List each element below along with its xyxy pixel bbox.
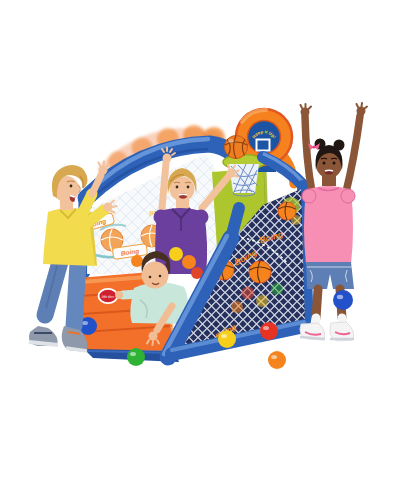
- play-ball-yellow: [218, 330, 236, 348]
- printed-basketball: [278, 202, 296, 220]
- printed-basketball: [249, 261, 271, 283]
- logo-text: little tikes: [102, 295, 115, 299]
- play-ball-orange: [268, 351, 286, 369]
- product-photo: Boing Boing Boing ✦ ✦ ✦ Hoop it Up!: [0, 0, 400, 489]
- little-tikes-logo: little tikes: [99, 289, 118, 303]
- play-ball-green: [127, 348, 145, 366]
- play-ball-blue: [333, 290, 353, 310]
- basketball: [225, 136, 248, 159]
- scene-illustration: Boing Boing Boing ✦ ✦ ✦ Hoop it Up!: [0, 0, 400, 489]
- play-ball-red: [260, 322, 278, 340]
